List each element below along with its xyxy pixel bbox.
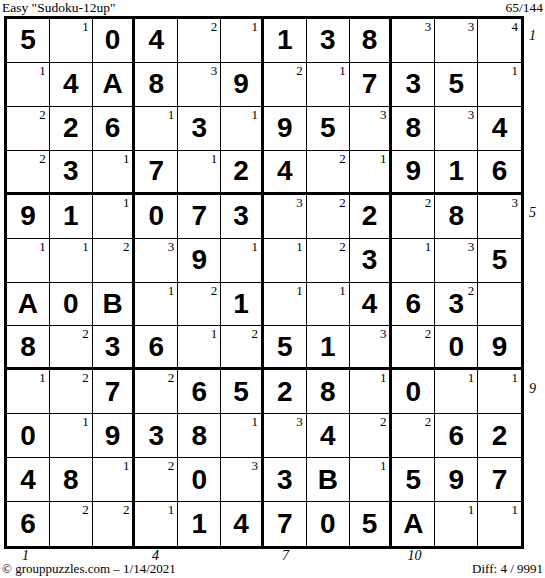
cell-r11c12[interactable]: 7 [478,458,521,502]
cell-r12c6[interactable]: 4 [221,502,264,546]
pencil-mark: 3 [468,240,475,254]
given-digit: 6 [20,510,36,538]
given-digit: 2 [277,378,293,406]
cell-r4c7[interactable]: 4 [264,151,307,195]
given-digit: 5 [362,510,378,538]
cell-r8c10[interactable]: 2 [392,326,435,370]
cell-r8c5[interactable]: 1 [178,326,221,370]
cell-r2c4[interactable]: 8 [135,63,178,107]
given-digit: 5 [492,246,508,274]
cell-r2c9[interactable]: 7 [350,63,393,107]
cell-r7c4[interactable]: 1 [135,283,178,327]
given-digit: 0 [63,290,79,318]
given-digit: 2 [492,422,508,450]
cell-r4c12[interactable]: 6 [478,151,521,195]
cell-r1c9[interactable]: 8 [350,19,393,63]
pencil-mark: 1 [251,415,258,429]
pencil-mark: 1 [296,284,303,298]
cell-r7c5[interactable]: 2 [178,283,221,327]
given-digit: 0 [105,26,121,54]
pencil-mark: 2 [425,415,432,429]
cell-r3c10[interactable]: 8 [392,107,435,151]
given-digit: 6 [191,378,207,406]
given-digit: 8 [320,378,336,406]
cell-r12c10[interactable]: A [392,502,435,546]
cell-r11c2[interactable]: 8 [50,458,93,502]
pencil-mark: 1 [339,284,346,298]
cell-r9c4[interactable]: 2 [135,370,178,414]
pencil-mark: 3 [251,459,258,473]
difficulty-text: Diff: 4 / 9991 [472,561,543,577]
given-digit: B [102,290,122,318]
given-digit: 4 [320,422,336,450]
col-label-7: 7 [264,548,307,564]
given-digit: 8 [362,26,378,54]
cell-r12c11[interactable]: 1 [435,502,478,546]
cell-r10c5[interactable]: 8 [178,414,221,458]
pencil-mark: 2 [82,503,89,517]
cell-r9c3[interactable]: 7 [93,370,136,414]
pencil-mark: 1 [211,327,218,341]
col-label-10: 10 [393,548,436,564]
pencil-mark: 2 [425,327,432,341]
pencil-mark: 2 [296,64,303,78]
cell-r5c1[interactable]: 9 [7,195,50,239]
cell-r10c3[interactable]: 9 [93,414,136,458]
given-digit: B [318,466,338,494]
pencil-mark: 1 [251,108,258,122]
cell-r8c12[interactable]: 9 [478,326,521,370]
cell-r9c10[interactable]: 0 [392,370,435,414]
given-digit: 1 [63,202,79,230]
cell-r5c7[interactable]: 3 [264,195,307,239]
given-digit: 4 [233,510,249,538]
cell-r8c9[interactable]: 3 [350,326,393,370]
cell-r1c11[interactable]: 3 [435,19,478,63]
cell-r5c2[interactable]: 1 [50,195,93,239]
given-digit: 4 [362,290,378,318]
given-digit: 4 [20,466,36,494]
cell-r12c9[interactable]: 5 [350,502,393,546]
cell-r10c1[interactable]: 0 [7,414,50,458]
pencil-mark: 2 [123,503,130,517]
cell-r1c1[interactable]: 5 [7,19,50,63]
cell-r1c8[interactable]: 3 [307,19,350,63]
cell-r9c6[interactable]: 5 [221,370,264,414]
pencil-mark: 2 [339,152,346,166]
pencil-mark: 2 [82,371,89,385]
given-digit: 0 [20,422,36,450]
pencil-mark: 2 [82,327,89,341]
cell-r3c7[interactable]: 9 [264,107,307,151]
given-digit: A [403,510,423,538]
cell-r11c7[interactable]: 3 [264,458,307,502]
cell-r8c2[interactable]: 2 [50,326,93,370]
given-digit: A [18,290,38,318]
cell-r10c6[interactable]: 1 [221,414,264,458]
given-digit: 6 [406,290,422,318]
pencil-mark: 1 [39,64,46,78]
pencil-mark: 3 [468,20,475,34]
cell-r7c10[interactable]: 6 [392,283,435,327]
cell-r5c6[interactable]: 3 [221,195,264,239]
pencil-mark: 2 [211,20,218,34]
pencil-mark: 3 [380,327,387,341]
given-digit: 7 [105,378,121,406]
cell-r6c8[interactable]: 2 [307,239,350,283]
given-digit: 8 [149,70,165,98]
cell-r11c4[interactable]: 2 [135,458,178,502]
cell-r3c9[interactable]: 3 [350,107,393,151]
given-digit: 8 [406,114,422,142]
given-digit: 7 [191,202,207,230]
cell-r9c11[interactable]: 1 [435,370,478,414]
cell-r4c11[interactable]: 1 [435,151,478,195]
given-digit: 4 [492,114,508,142]
given-digit: 9 [492,333,508,361]
cell-r7c2[interactable]: 0 [50,283,93,327]
pencil-mark: 3 [296,415,303,429]
pencil-mark: 2 [168,459,175,473]
cell-r7c6[interactable]: 1 [221,283,264,327]
cell-r7c3[interactable]: B [93,283,136,327]
given-digit: 4 [63,70,79,98]
given-digit: 3 [448,290,464,318]
given-digit: 5 [406,466,422,494]
cell-r1c12[interactable]: 4 [478,19,521,63]
pencil-mark: 1 [468,503,475,517]
pencil-mark: 3 [468,108,475,122]
pencil-mark: 2 [168,371,175,385]
cell-r11c11[interactable]: 9 [435,458,478,502]
pencil-mark: 1 [82,415,89,429]
cell-r1c6[interactable]: 1 [221,19,264,63]
given-digit: 8 [20,333,36,361]
pencil-mark: 1 [251,20,258,34]
pencil-mark: 1 [251,240,258,254]
cell-r7c12[interactable] [478,283,521,327]
page-title: Easy "Sudoku-12up" [2,0,115,16]
pencil-mark: 1 [168,108,175,122]
given-digit: 0 [149,202,165,230]
given-digit: 2 [233,157,249,185]
pencil-mark: 3 [380,108,387,122]
given-digit: 0 [406,378,422,406]
row-label-9: 9 [529,381,545,397]
cell-r11c8[interactable]: B [307,458,350,502]
cell-r5c4[interactable]: 0 [135,195,178,239]
given-digit: A [102,70,122,98]
cell-r9c8[interactable]: 8 [307,370,350,414]
cell-r5c5[interactable]: 7 [178,195,221,239]
given-digit: 7 [492,466,508,494]
cell-r12c4[interactable]: 1 [135,502,178,546]
given-digit: 1 [191,510,207,538]
cell-r3c5[interactable]: 3 [178,107,221,151]
cell-r2c1[interactable]: 1 [7,63,50,107]
pencil-mark: 1 [39,371,46,385]
pencil-mark: 1 [123,459,130,473]
given-digit: 0 [191,466,207,494]
cell-r12c5[interactable]: 1 [178,502,221,546]
cell-r12c2[interactable]: 2 [50,502,93,546]
given-digit: 3 [320,26,336,54]
cell-r8c7[interactable]: 5 [264,326,307,370]
given-digit: 3 [406,70,422,98]
cell-r3c11[interactable]: 3 [435,107,478,151]
cell-r6c7[interactable]: 1 [264,239,307,283]
cell-r9c12[interactable]: 1 [478,370,521,414]
cell-r4c1[interactable]: 2 [7,151,50,195]
cell-r11c6[interactable]: 3 [221,458,264,502]
cell-r4c3[interactable]: 1 [93,151,136,195]
pencil-mark: 1 [380,152,387,166]
given-digit: 0 [320,510,336,538]
pencil-mark: 2 [39,108,46,122]
cell-r4c8[interactable]: 2 [307,151,350,195]
cell-r2c6[interactable]: 9 [221,63,264,107]
cell-r6c5[interactable]: 9 [178,239,221,283]
copyright-text: © grouppuzzles.com – 1/14/2021 [2,561,176,577]
cell-r1c7[interactable]: 1 [264,19,307,63]
pencil-mark: 1 [511,64,518,78]
cell-r3c4[interactable]: 1 [135,107,178,151]
cell-r10c9[interactable]: 2 [350,414,393,458]
cell-r9c9[interactable]: 1 [350,370,393,414]
cell-r10c10[interactable]: 2 [392,414,435,458]
cell-r6c11[interactable]: 3 [435,239,478,283]
given-digit: 2 [63,114,79,142]
cell-r2c11[interactable]: 5 [435,63,478,107]
given-digit: 5 [320,114,336,142]
given-digit: 9 [406,157,422,185]
given-digit: 8 [191,422,207,450]
cell-r11c5[interactable]: 0 [178,458,221,502]
cell-r12c12[interactable]: 1 [478,502,521,546]
pencil-mark: 1 [296,240,303,254]
cell-r2c10[interactable]: 3 [392,63,435,107]
cell-r8c1[interactable]: 8 [7,326,50,370]
given-digit: 9 [105,422,121,450]
cell-r10c7[interactable]: 3 [264,414,307,458]
cell-r3c6[interactable]: 1 [221,107,264,151]
cell-r2c8[interactable]: 1 [307,63,350,107]
given-digit: 4 [149,26,165,54]
cell-r6c4[interactable]: 3 [135,239,178,283]
given-digit: 7 [277,510,293,538]
cell-r12c7[interactable]: 7 [264,502,307,546]
pencil-mark: 2 [425,196,432,210]
cell-r6c1[interactable]: 1 [7,239,50,283]
pencil-mark: 1 [380,459,387,473]
cell-r5c3[interactable]: 1 [93,195,136,239]
given-digit: 3 [362,246,378,274]
given-digit: 2 [362,202,378,230]
pencil-mark: 4 [511,20,518,34]
cell-r10c2[interactable]: 1 [50,414,93,458]
cell-r1c3[interactable]: 0 [93,19,136,63]
given-digit: 9 [233,70,249,98]
given-digit: 8 [448,202,464,230]
cell-r5c12[interactable]: 3 [478,195,521,239]
given-digit: 6 [492,157,508,185]
cell-r3c2[interactable]: 2 [50,107,93,151]
pencil-mark: 1 [511,371,518,385]
cell-r6c12[interactable]: 5 [478,239,521,283]
cell-r11c10[interactable]: 5 [392,458,435,502]
cell-r11c9[interactable]: 1 [350,458,393,502]
pencil-mark: 1 [123,196,130,210]
cell-r10c12[interactable]: 2 [478,414,521,458]
pencil-mark: 2 [339,196,346,210]
cell-r7c9[interactable]: 4 [350,283,393,327]
sudoku-grid: 51042113833414A8392173512261319538342317… [4,16,524,549]
pencil-mark: 2 [339,240,346,254]
pencil-mark: 1 [168,503,175,517]
given-digit: 6 [149,333,165,361]
cell-r5c11[interactable]: 8 [435,195,478,239]
given-digit: 6 [105,114,121,142]
cell-r7c7[interactable]: 1 [264,283,307,327]
cell-r10c8[interactable]: 4 [307,414,350,458]
cell-r4c10[interactable]: 9 [392,151,435,195]
pencil-mark: 1 [168,284,175,298]
given-digit: 5 [448,70,464,98]
cell-r2c12[interactable]: 1 [478,63,521,107]
given-digit: 4 [277,157,293,185]
row-label-5: 5 [529,205,545,221]
pencil-mark: 1 [339,64,346,78]
cell-r9c1[interactable]: 1 [7,370,50,414]
pencil-mark: 2 [123,240,130,254]
cell-r12c1[interactable]: 6 [7,502,50,546]
cell-r12c8[interactable]: 0 [307,502,350,546]
given-digit: 3 [149,422,165,450]
cell-r11c1[interactable]: 4 [7,458,50,502]
cell-r2c2[interactable]: 4 [50,63,93,107]
cell-r9c2[interactable]: 2 [50,370,93,414]
cell-r6c10[interactable]: 1 [392,239,435,283]
cell-r2c7[interactable]: 2 [264,63,307,107]
pencil-mark: 3 [425,20,432,34]
given-digit: 5 [233,378,249,406]
pencil-mark: 3 [168,240,175,254]
cell-r8c4[interactable]: 6 [135,326,178,370]
pencil-mark: 3 [511,196,518,210]
cell-r2c3[interactable]: A [93,63,136,107]
cell-r12c3[interactable]: 2 [93,502,136,546]
cell-r4c6[interactable]: 2 [221,151,264,195]
given-digit: 1 [277,26,293,54]
cell-r11c3[interactable]: 1 [93,458,136,502]
given-digit: 1 [448,157,464,185]
cell-r1c2[interactable]: 1 [50,19,93,63]
cell-r8c8[interactable]: 1 [307,326,350,370]
pencil-mark: 1 [380,371,387,385]
given-digit: 1 [320,333,336,361]
cell-r4c9[interactable]: 1 [350,151,393,195]
pencil-mark: 1 [82,20,89,34]
pencil-mark: 2 [468,284,475,298]
cell-r4c5[interactable]: 1 [178,151,221,195]
given-digit: 3 [105,333,121,361]
cell-r7c11[interactable]: 32 [435,283,478,327]
given-digit: 0 [448,333,464,361]
pencil-mark: 2 [251,327,258,341]
cell-r10c11[interactable]: 6 [435,414,478,458]
given-digit: 9 [191,246,207,274]
cell-r6c6[interactable]: 1 [221,239,264,283]
pencil-mark: 1 [468,371,475,385]
cell-r3c8[interactable]: 5 [307,107,350,151]
cell-r3c3[interactable]: 6 [93,107,136,151]
cell-r1c10[interactable]: 3 [392,19,435,63]
pencil-mark: 1 [211,152,218,166]
given-digit: 9 [277,114,293,142]
cell-r1c4[interactable]: 4 [135,19,178,63]
cell-r5c9[interactable]: 2 [350,195,393,239]
pencil-mark: 1 [82,240,89,254]
cell-r7c1[interactable]: A [7,283,50,327]
given-digit: 9 [448,466,464,494]
cell-r4c2[interactable]: 3 [50,151,93,195]
pencil-mark: 1 [425,240,432,254]
cell-r9c5[interactable]: 6 [178,370,221,414]
pencil-mark: 3 [211,64,218,78]
given-digit: 5 [20,26,36,54]
pencil-mark: 1 [123,152,130,166]
cell-r4c4[interactable]: 7 [135,151,178,195]
cell-r3c12[interactable]: 4 [478,107,521,151]
given-digit: 5 [277,333,293,361]
cell-r5c10[interactable]: 2 [392,195,435,239]
cell-r9c7[interactable]: 2 [264,370,307,414]
given-digit: 6 [448,422,464,450]
cell-r7c8[interactable]: 1 [307,283,350,327]
cell-r5c8[interactable]: 2 [307,195,350,239]
given-digit: 3 [233,202,249,230]
given-digit: 3 [191,114,207,142]
cell-r3c1[interactable]: 2 [7,107,50,151]
pencil-mark: 1 [511,503,518,517]
cell-r6c9[interactable]: 3 [350,239,393,283]
cell-r10c4[interactable]: 3 [135,414,178,458]
given-digit: 3 [63,157,79,185]
cell-r6c3[interactable]: 2 [93,239,136,283]
cell-r8c6[interactable]: 2 [221,326,264,370]
given-digit: 7 [149,157,165,185]
pencil-mark: 1 [39,240,46,254]
given-digit: 7 [362,70,378,98]
given-digit: 3 [277,466,293,494]
pencil-mark: 2 [39,152,46,166]
cell-r8c11[interactable]: 0 [435,326,478,370]
row-label-1: 1 [529,28,545,44]
pencil-mark: 2 [211,284,218,298]
cell-r8c3[interactable]: 3 [93,326,136,370]
pencil-mark: 2 [380,415,387,429]
cell-r1c5[interactable]: 2 [178,19,221,63]
given-digit: 8 [63,466,79,494]
given-digit: 1 [233,290,249,318]
given-digit: 9 [20,202,36,230]
cell-r6c2[interactable]: 1 [50,239,93,283]
pencil-mark: 3 [296,196,303,210]
cell-r2c5[interactable]: 3 [178,63,221,107]
puzzle-counter: 65/144 [505,0,543,16]
